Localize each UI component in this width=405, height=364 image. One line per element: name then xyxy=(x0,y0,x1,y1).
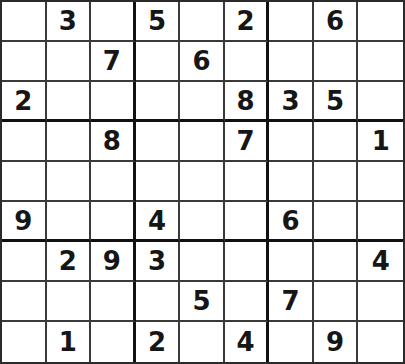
cell-digit: 3 xyxy=(59,8,77,34)
cell-r4c1[interactable] xyxy=(2,122,47,162)
cell-r9c8[interactable]: 9 xyxy=(314,322,359,362)
cell-r2c9[interactable] xyxy=(358,42,403,82)
cell-digit: 9 xyxy=(326,329,344,355)
cell-r9c4[interactable]: 2 xyxy=(136,322,181,362)
cell-r3c9[interactable] xyxy=(358,82,403,122)
cell-r8c9[interactable] xyxy=(358,282,403,322)
cell-digit: 5 xyxy=(148,8,166,34)
cell-digit: 6 xyxy=(282,208,300,234)
cell-r3c3[interactable] xyxy=(91,82,136,122)
cell-r9c7[interactable] xyxy=(269,322,314,362)
cell-r1c2[interactable]: 3 xyxy=(47,2,92,42)
cell-r5c2[interactable] xyxy=(47,162,92,202)
cell-digit: 4 xyxy=(148,208,166,234)
cell-r1c8[interactable]: 6 xyxy=(314,2,359,42)
cell-r2c2[interactable] xyxy=(47,42,92,82)
cell-r7c4[interactable]: 3 xyxy=(136,242,181,282)
cell-r6c9[interactable] xyxy=(358,202,403,242)
cell-r9c5[interactable] xyxy=(180,322,225,362)
cell-r2c5[interactable]: 6 xyxy=(180,42,225,82)
cell-r5c7[interactable] xyxy=(269,162,314,202)
cell-digit: 3 xyxy=(282,88,300,114)
cell-r9c3[interactable] xyxy=(91,322,136,362)
cell-r4c5[interactable] xyxy=(180,122,225,162)
cell-r5c1[interactable] xyxy=(2,162,47,202)
cell-r8c5[interactable]: 5 xyxy=(180,282,225,322)
cell-r4c2[interactable] xyxy=(47,122,92,162)
cell-r2c8[interactable] xyxy=(314,42,359,82)
cell-r1c9[interactable] xyxy=(358,2,403,42)
cell-r8c1[interactable] xyxy=(2,282,47,322)
cell-r9c1[interactable] xyxy=(2,322,47,362)
cell-digit: 8 xyxy=(237,88,255,114)
cell-r2c6[interactable] xyxy=(225,42,270,82)
cell-digit: 1 xyxy=(372,128,390,154)
cell-r5c9[interactable] xyxy=(358,162,403,202)
cell-r7c7[interactable] xyxy=(269,242,314,282)
cell-r7c8[interactable] xyxy=(314,242,359,282)
cell-r5c3[interactable] xyxy=(91,162,136,202)
cell-r1c4[interactable]: 5 xyxy=(136,2,181,42)
cell-r5c5[interactable] xyxy=(180,162,225,202)
cell-r7c5[interactable] xyxy=(180,242,225,282)
cell-r8c3[interactable] xyxy=(91,282,136,322)
cell-digit: 6 xyxy=(326,8,344,34)
cell-r7c1[interactable] xyxy=(2,242,47,282)
sudoku-screenshot: 35267628358719462934571249 xyxy=(0,0,405,364)
cell-r8c8[interactable] xyxy=(314,282,359,322)
cell-r1c5[interactable] xyxy=(180,2,225,42)
cell-r3c7[interactable]: 3 xyxy=(269,82,314,122)
cell-r6c7[interactable]: 6 xyxy=(269,202,314,242)
cell-r9c9[interactable] xyxy=(358,322,403,362)
cell-r7c2[interactable]: 2 xyxy=(47,242,92,282)
cell-r4c3[interactable]: 8 xyxy=(91,122,136,162)
cell-digit: 5 xyxy=(192,288,210,314)
cell-r2c7[interactable] xyxy=(269,42,314,82)
cell-r3c5[interactable] xyxy=(180,82,225,122)
sudoku-board: 35267628358719462934571249 xyxy=(0,0,405,364)
cell-r6c8[interactable] xyxy=(314,202,359,242)
cell-r9c2[interactable]: 1 xyxy=(47,322,92,362)
cell-r7c3[interactable]: 9 xyxy=(91,242,136,282)
cell-r8c7[interactable]: 7 xyxy=(269,282,314,322)
cell-r6c2[interactable] xyxy=(47,202,92,242)
cell-r2c4[interactable] xyxy=(136,42,181,82)
cell-r6c5[interactable] xyxy=(180,202,225,242)
cell-digit: 1 xyxy=(59,329,77,355)
cell-digit: 4 xyxy=(372,248,390,274)
cell-digit: 3 xyxy=(148,248,166,274)
cell-r6c1[interactable]: 9 xyxy=(2,202,47,242)
cell-r6c4[interactable]: 4 xyxy=(136,202,181,242)
cell-r5c4[interactable] xyxy=(136,162,181,202)
cell-digit: 9 xyxy=(14,208,32,234)
cell-r4c6[interactable]: 7 xyxy=(225,122,270,162)
cell-r6c6[interactable] xyxy=(225,202,270,242)
cell-r5c8[interactable] xyxy=(314,162,359,202)
cell-r4c7[interactable] xyxy=(269,122,314,162)
cell-digit: 2 xyxy=(148,329,166,355)
cell-digit: 7 xyxy=(103,48,121,74)
cell-r3c4[interactable] xyxy=(136,82,181,122)
cell-r1c7[interactable] xyxy=(269,2,314,42)
cell-digit: 4 xyxy=(237,329,255,355)
cell-r6c3[interactable] xyxy=(91,202,136,242)
cell-r4c9[interactable]: 1 xyxy=(358,122,403,162)
cell-digit: 2 xyxy=(59,248,77,274)
cell-digit: 5 xyxy=(326,88,344,114)
cell-r1c1[interactable] xyxy=(2,2,47,42)
cell-r4c8[interactable] xyxy=(314,122,359,162)
cell-r1c3[interactable] xyxy=(91,2,136,42)
cell-r3c8[interactable]: 5 xyxy=(314,82,359,122)
cell-r7c6[interactable] xyxy=(225,242,270,282)
cell-r3c6[interactable]: 8 xyxy=(225,82,270,122)
cell-digit: 6 xyxy=(192,48,210,74)
cell-r5c6[interactable] xyxy=(225,162,270,202)
cell-r3c2[interactable] xyxy=(47,82,92,122)
cell-r4c4[interactable] xyxy=(136,122,181,162)
cell-digit: 9 xyxy=(103,248,121,274)
cell-r7c9[interactable]: 4 xyxy=(358,242,403,282)
cell-r1c6[interactable]: 2 xyxy=(225,2,270,42)
cell-digit: 2 xyxy=(237,8,255,34)
cell-r8c2[interactable] xyxy=(47,282,92,322)
cell-r2c1[interactable] xyxy=(2,42,47,82)
cell-r8c4[interactable] xyxy=(136,282,181,322)
cell-digit: 7 xyxy=(237,128,255,154)
cell-r9c6[interactable]: 4 xyxy=(225,322,270,362)
cell-r3c1[interactable]: 2 xyxy=(2,82,47,122)
cell-digit: 8 xyxy=(103,128,121,154)
cell-digit: 2 xyxy=(14,88,32,114)
cell-digit: 7 xyxy=(282,288,300,314)
cell-r8c6[interactable] xyxy=(225,282,270,322)
cell-r2c3[interactable]: 7 xyxy=(91,42,136,82)
